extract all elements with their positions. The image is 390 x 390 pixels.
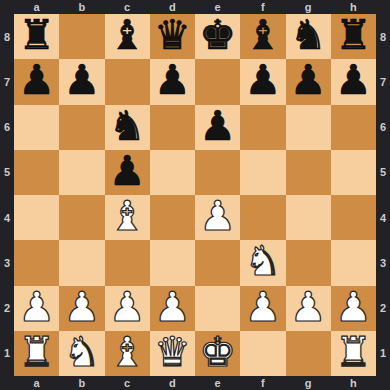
rank-label-5: 5: [376, 150, 390, 195]
rank-label-8: 8: [0, 14, 14, 59]
rank-label-2: 2: [0, 286, 14, 331]
square-b1[interactable]: ♞: [59, 331, 104, 376]
square-d3[interactable]: [150, 240, 195, 285]
square-g6[interactable]: [286, 105, 331, 150]
file-labels-top: abcdefgh: [14, 0, 376, 14]
square-a8[interactable]: ♜: [14, 14, 59, 59]
white-pawn: ♟: [335, 287, 372, 328]
file-label-e: e: [195, 376, 240, 390]
white-pawn: ♟: [109, 287, 146, 328]
square-f3[interactable]: ♞: [240, 240, 285, 285]
black-pawn: ♟: [244, 60, 281, 101]
square-a1[interactable]: ♜: [14, 331, 59, 376]
square-h5[interactable]: [331, 150, 376, 195]
square-b7[interactable]: ♟: [59, 59, 104, 104]
rank-label-4: 4: [376, 195, 390, 240]
square-b5[interactable]: [59, 150, 104, 195]
rank-label-1: 1: [376, 331, 390, 376]
black-king: ♚: [199, 15, 236, 56]
file-label-g: g: [286, 0, 331, 14]
black-bishop: ♝: [109, 15, 146, 56]
black-pawn: ♟: [18, 60, 55, 101]
white-rook: ♜: [335, 332, 372, 373]
rank-labels-left: 87654321: [0, 14, 14, 376]
file-label-h: h: [331, 0, 376, 14]
file-label-e: e: [195, 0, 240, 14]
black-knight: ♞: [109, 106, 146, 147]
rank-label-2: 2: [376, 286, 390, 331]
square-a4[interactable]: [14, 195, 59, 240]
square-a5[interactable]: [14, 150, 59, 195]
file-label-g: g: [286, 376, 331, 390]
square-g5[interactable]: [286, 150, 331, 195]
square-d4[interactable]: [150, 195, 195, 240]
white-pawn: ♟: [244, 287, 281, 328]
square-h2[interactable]: ♟: [331, 286, 376, 331]
square-d5[interactable]: [150, 150, 195, 195]
white-bishop: ♝: [109, 332, 146, 373]
square-d8[interactable]: ♛: [150, 14, 195, 59]
rank-label-1: 1: [0, 331, 14, 376]
chess-board: ♜♝♛♚♝♞♜♟♟♟♟♟♟♞♟♟♝♟♞♟♟♟♟♟♟♟♜♞♝♛♚♜: [14, 14, 376, 376]
file-label-a: a: [14, 376, 59, 390]
rank-label-5: 5: [0, 150, 14, 195]
square-e4[interactable]: ♟: [195, 195, 240, 240]
black-pawn: ♟: [109, 151, 146, 192]
square-d1[interactable]: ♛: [150, 331, 195, 376]
black-rook: ♜: [18, 15, 55, 56]
white-bishop: ♝: [109, 196, 146, 237]
square-b6[interactable]: [59, 105, 104, 150]
white-knight: ♞: [63, 332, 100, 373]
square-c3[interactable]: [105, 240, 150, 285]
square-f1[interactable]: [240, 331, 285, 376]
white-pawn: ♟: [63, 287, 100, 328]
white-pawn: ♟: [199, 196, 236, 237]
file-label-d: d: [150, 376, 195, 390]
square-d2[interactable]: ♟: [150, 286, 195, 331]
white-king: ♚: [199, 332, 236, 373]
square-b2[interactable]: ♟: [59, 286, 104, 331]
white-knight: ♞: [244, 241, 281, 282]
square-a2[interactable]: ♟: [14, 286, 59, 331]
black-bishop: ♝: [244, 15, 281, 56]
black-pawn: ♟: [335, 60, 372, 101]
black-pawn: ♟: [63, 60, 100, 101]
square-c5[interactable]: ♟: [105, 150, 150, 195]
rank-label-6: 6: [376, 105, 390, 150]
rank-label-3: 3: [0, 240, 14, 285]
file-label-c: c: [105, 376, 150, 390]
rank-label-4: 4: [0, 195, 14, 240]
square-f5[interactable]: [240, 150, 285, 195]
white-rook: ♜: [18, 332, 55, 373]
square-g1[interactable]: [286, 331, 331, 376]
square-g8[interactable]: ♞: [286, 14, 331, 59]
rank-label-7: 7: [376, 59, 390, 104]
square-f2[interactable]: ♟: [240, 286, 285, 331]
square-h3[interactable]: [331, 240, 376, 285]
black-pawn: ♟: [290, 60, 327, 101]
square-f8[interactable]: ♝: [240, 14, 285, 59]
file-label-f: f: [240, 376, 285, 390]
file-label-f: f: [240, 0, 285, 14]
square-f7[interactable]: ♟: [240, 59, 285, 104]
file-label-h: h: [331, 376, 376, 390]
rank-label-3: 3: [376, 240, 390, 285]
square-h7[interactable]: ♟: [331, 59, 376, 104]
chess-board-frame: abcdefgh abcdefgh 87654321 87654321 ♜♝♛♚…: [0, 0, 390, 390]
square-e5[interactable]: [195, 150, 240, 195]
square-d6[interactable]: [150, 105, 195, 150]
square-d7[interactable]: ♟: [150, 59, 195, 104]
black-pawn: ♟: [199, 106, 236, 147]
square-c4[interactable]: ♝: [105, 195, 150, 240]
black-queen: ♛: [154, 15, 191, 56]
black-rook: ♜: [335, 15, 372, 56]
square-c2[interactable]: ♟: [105, 286, 150, 331]
square-c8[interactable]: ♝: [105, 14, 150, 59]
square-g4[interactable]: [286, 195, 331, 240]
square-e8[interactable]: ♚: [195, 14, 240, 59]
file-label-b: b: [59, 0, 104, 14]
square-f4[interactable]: [240, 195, 285, 240]
square-e6[interactable]: ♟: [195, 105, 240, 150]
black-knight: ♞: [290, 15, 327, 56]
rank-labels-right: 87654321: [376, 14, 390, 376]
square-g3[interactable]: [286, 240, 331, 285]
square-c1[interactable]: ♝: [105, 331, 150, 376]
square-b8[interactable]: [59, 14, 104, 59]
square-b4[interactable]: [59, 195, 104, 240]
white-pawn: ♟: [154, 287, 191, 328]
square-a3[interactable]: [14, 240, 59, 285]
file-label-a: a: [14, 0, 59, 14]
square-h1[interactable]: ♜: [331, 331, 376, 376]
square-h4[interactable]: [331, 195, 376, 240]
white-queen: ♛: [154, 332, 191, 373]
square-c6[interactable]: ♞: [105, 105, 150, 150]
square-g7[interactable]: ♟: [286, 59, 331, 104]
rank-label-8: 8: [376, 14, 390, 59]
square-e7[interactable]: [195, 59, 240, 104]
rank-label-6: 6: [0, 105, 14, 150]
square-a6[interactable]: [14, 105, 59, 150]
file-label-c: c: [105, 0, 150, 14]
square-a7[interactable]: ♟: [14, 59, 59, 104]
white-pawn: ♟: [18, 287, 55, 328]
square-b3[interactable]: [59, 240, 104, 285]
square-g2[interactable]: ♟: [286, 286, 331, 331]
square-h6[interactable]: [331, 105, 376, 150]
white-pawn: ♟: [290, 287, 327, 328]
square-e1[interactable]: ♚: [195, 331, 240, 376]
square-c7[interactable]: [105, 59, 150, 104]
square-e3[interactable]: [195, 240, 240, 285]
file-labels-bottom: abcdefgh: [14, 376, 376, 390]
square-h8[interactable]: ♜: [331, 14, 376, 59]
file-label-b: b: [59, 376, 104, 390]
square-e2[interactable]: [195, 286, 240, 331]
file-label-d: d: [150, 0, 195, 14]
rank-label-7: 7: [0, 59, 14, 104]
square-f6[interactable]: [240, 105, 285, 150]
black-pawn: ♟: [154, 60, 191, 101]
